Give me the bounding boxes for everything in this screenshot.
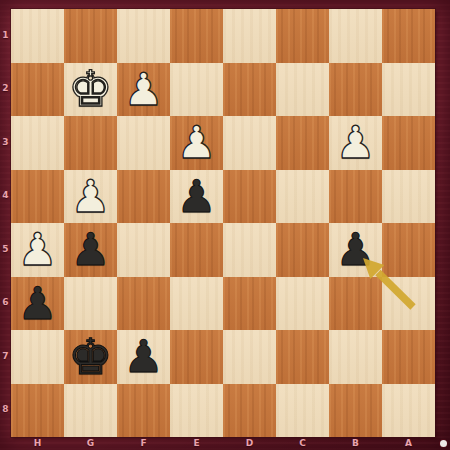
square-b5[interactable]: ♟ (329, 223, 382, 277)
white-king[interactable]: ♚ (64, 63, 117, 117)
rank-label-4: 4 (0, 190, 11, 200)
file-label-d: D (223, 437, 276, 450)
rank-label-5: 5 (0, 244, 11, 254)
square-c3[interactable] (276, 116, 329, 170)
square-b2[interactable] (329, 63, 382, 117)
square-g4[interactable]: ♟ (64, 170, 117, 224)
corner-dot (440, 440, 447, 447)
square-a6[interactable] (382, 277, 435, 331)
square-h8[interactable] (11, 384, 64, 438)
square-e6[interactable] (170, 277, 223, 331)
file-label-h: H (11, 437, 64, 450)
black-pawn[interactable]: ♟ (64, 223, 117, 277)
square-f1[interactable] (117, 9, 170, 63)
square-g3[interactable] (64, 116, 117, 170)
square-h5[interactable]: ♟ (11, 223, 64, 277)
square-f7[interactable]: ♟ (117, 330, 170, 384)
square-f2[interactable]: ♟ (117, 63, 170, 117)
black-pawn[interactable]: ♟ (117, 330, 170, 384)
chess-board: ♚♟♟♟♟♟♟♟♟♟♚♟ (11, 9, 435, 437)
square-h1[interactable] (11, 9, 64, 63)
square-e1[interactable] (170, 9, 223, 63)
rank-label-1: 1 (0, 30, 11, 40)
square-h6[interactable]: ♟ (11, 277, 64, 331)
black-pawn[interactable]: ♟ (11, 277, 64, 331)
square-g1[interactable] (64, 9, 117, 63)
square-d5[interactable] (223, 223, 276, 277)
square-c4[interactable] (276, 170, 329, 224)
white-pawn[interactable]: ♟ (329, 116, 382, 170)
square-d4[interactable] (223, 170, 276, 224)
rank-label-7: 7 (0, 351, 11, 361)
square-b4[interactable] (329, 170, 382, 224)
square-a3[interactable] (382, 116, 435, 170)
rank-label-6: 6 (0, 297, 11, 307)
square-f3[interactable] (117, 116, 170, 170)
chess-board-frame: ♚♟♟♟♟♟♟♟♟♟♚♟ 12345678 HGFEDCBA (0, 0, 450, 450)
square-a4[interactable] (382, 170, 435, 224)
square-e3[interactable]: ♟ (170, 116, 223, 170)
square-d1[interactable] (223, 9, 276, 63)
rank-label-3: 3 (0, 137, 11, 147)
square-c7[interactable] (276, 330, 329, 384)
square-c1[interactable] (276, 9, 329, 63)
square-e2[interactable] (170, 63, 223, 117)
black-pawn[interactable]: ♟ (329, 223, 382, 277)
white-pawn[interactable]: ♟ (11, 223, 64, 277)
square-b3[interactable]: ♟ (329, 116, 382, 170)
square-e4[interactable]: ♟ (170, 170, 223, 224)
black-pawn[interactable]: ♟ (170, 170, 223, 224)
square-d3[interactable] (223, 116, 276, 170)
square-f5[interactable] (117, 223, 170, 277)
square-f6[interactable] (117, 277, 170, 331)
square-d8[interactable] (223, 384, 276, 438)
file-label-g: G (64, 437, 117, 450)
square-c8[interactable] (276, 384, 329, 438)
square-g2[interactable]: ♚ (64, 63, 117, 117)
square-f4[interactable] (117, 170, 170, 224)
file-label-a: A (382, 437, 435, 450)
square-f8[interactable] (117, 384, 170, 438)
square-b7[interactable] (329, 330, 382, 384)
square-c5[interactable] (276, 223, 329, 277)
square-b6[interactable] (329, 277, 382, 331)
square-d6[interactable] (223, 277, 276, 331)
square-a5[interactable] (382, 223, 435, 277)
square-a2[interactable] (382, 63, 435, 117)
square-b1[interactable] (329, 9, 382, 63)
square-e7[interactable] (170, 330, 223, 384)
white-pawn[interactable]: ♟ (117, 63, 170, 117)
square-h2[interactable] (11, 63, 64, 117)
square-c2[interactable] (276, 63, 329, 117)
square-g7[interactable]: ♚ (64, 330, 117, 384)
rank-label-8: 8 (0, 404, 11, 414)
square-e5[interactable] (170, 223, 223, 277)
file-label-b: B (329, 437, 382, 450)
black-king[interactable]: ♚ (64, 330, 117, 384)
square-d2[interactable] (223, 63, 276, 117)
file-label-c: C (276, 437, 329, 450)
square-a1[interactable] (382, 9, 435, 63)
square-b8[interactable] (329, 384, 382, 438)
square-e8[interactable] (170, 384, 223, 438)
white-pawn[interactable]: ♟ (64, 170, 117, 224)
file-label-e: E (170, 437, 223, 450)
square-h3[interactable] (11, 116, 64, 170)
square-c6[interactable] (276, 277, 329, 331)
square-d7[interactable] (223, 330, 276, 384)
square-g6[interactable] (64, 277, 117, 331)
square-a8[interactable] (382, 384, 435, 438)
square-a7[interactable] (382, 330, 435, 384)
square-g5[interactable]: ♟ (64, 223, 117, 277)
square-g8[interactable] (64, 384, 117, 438)
square-h4[interactable] (11, 170, 64, 224)
white-pawn[interactable]: ♟ (170, 116, 223, 170)
rank-label-2: 2 (0, 83, 11, 93)
file-label-f: F (117, 437, 170, 450)
square-h7[interactable] (11, 330, 64, 384)
